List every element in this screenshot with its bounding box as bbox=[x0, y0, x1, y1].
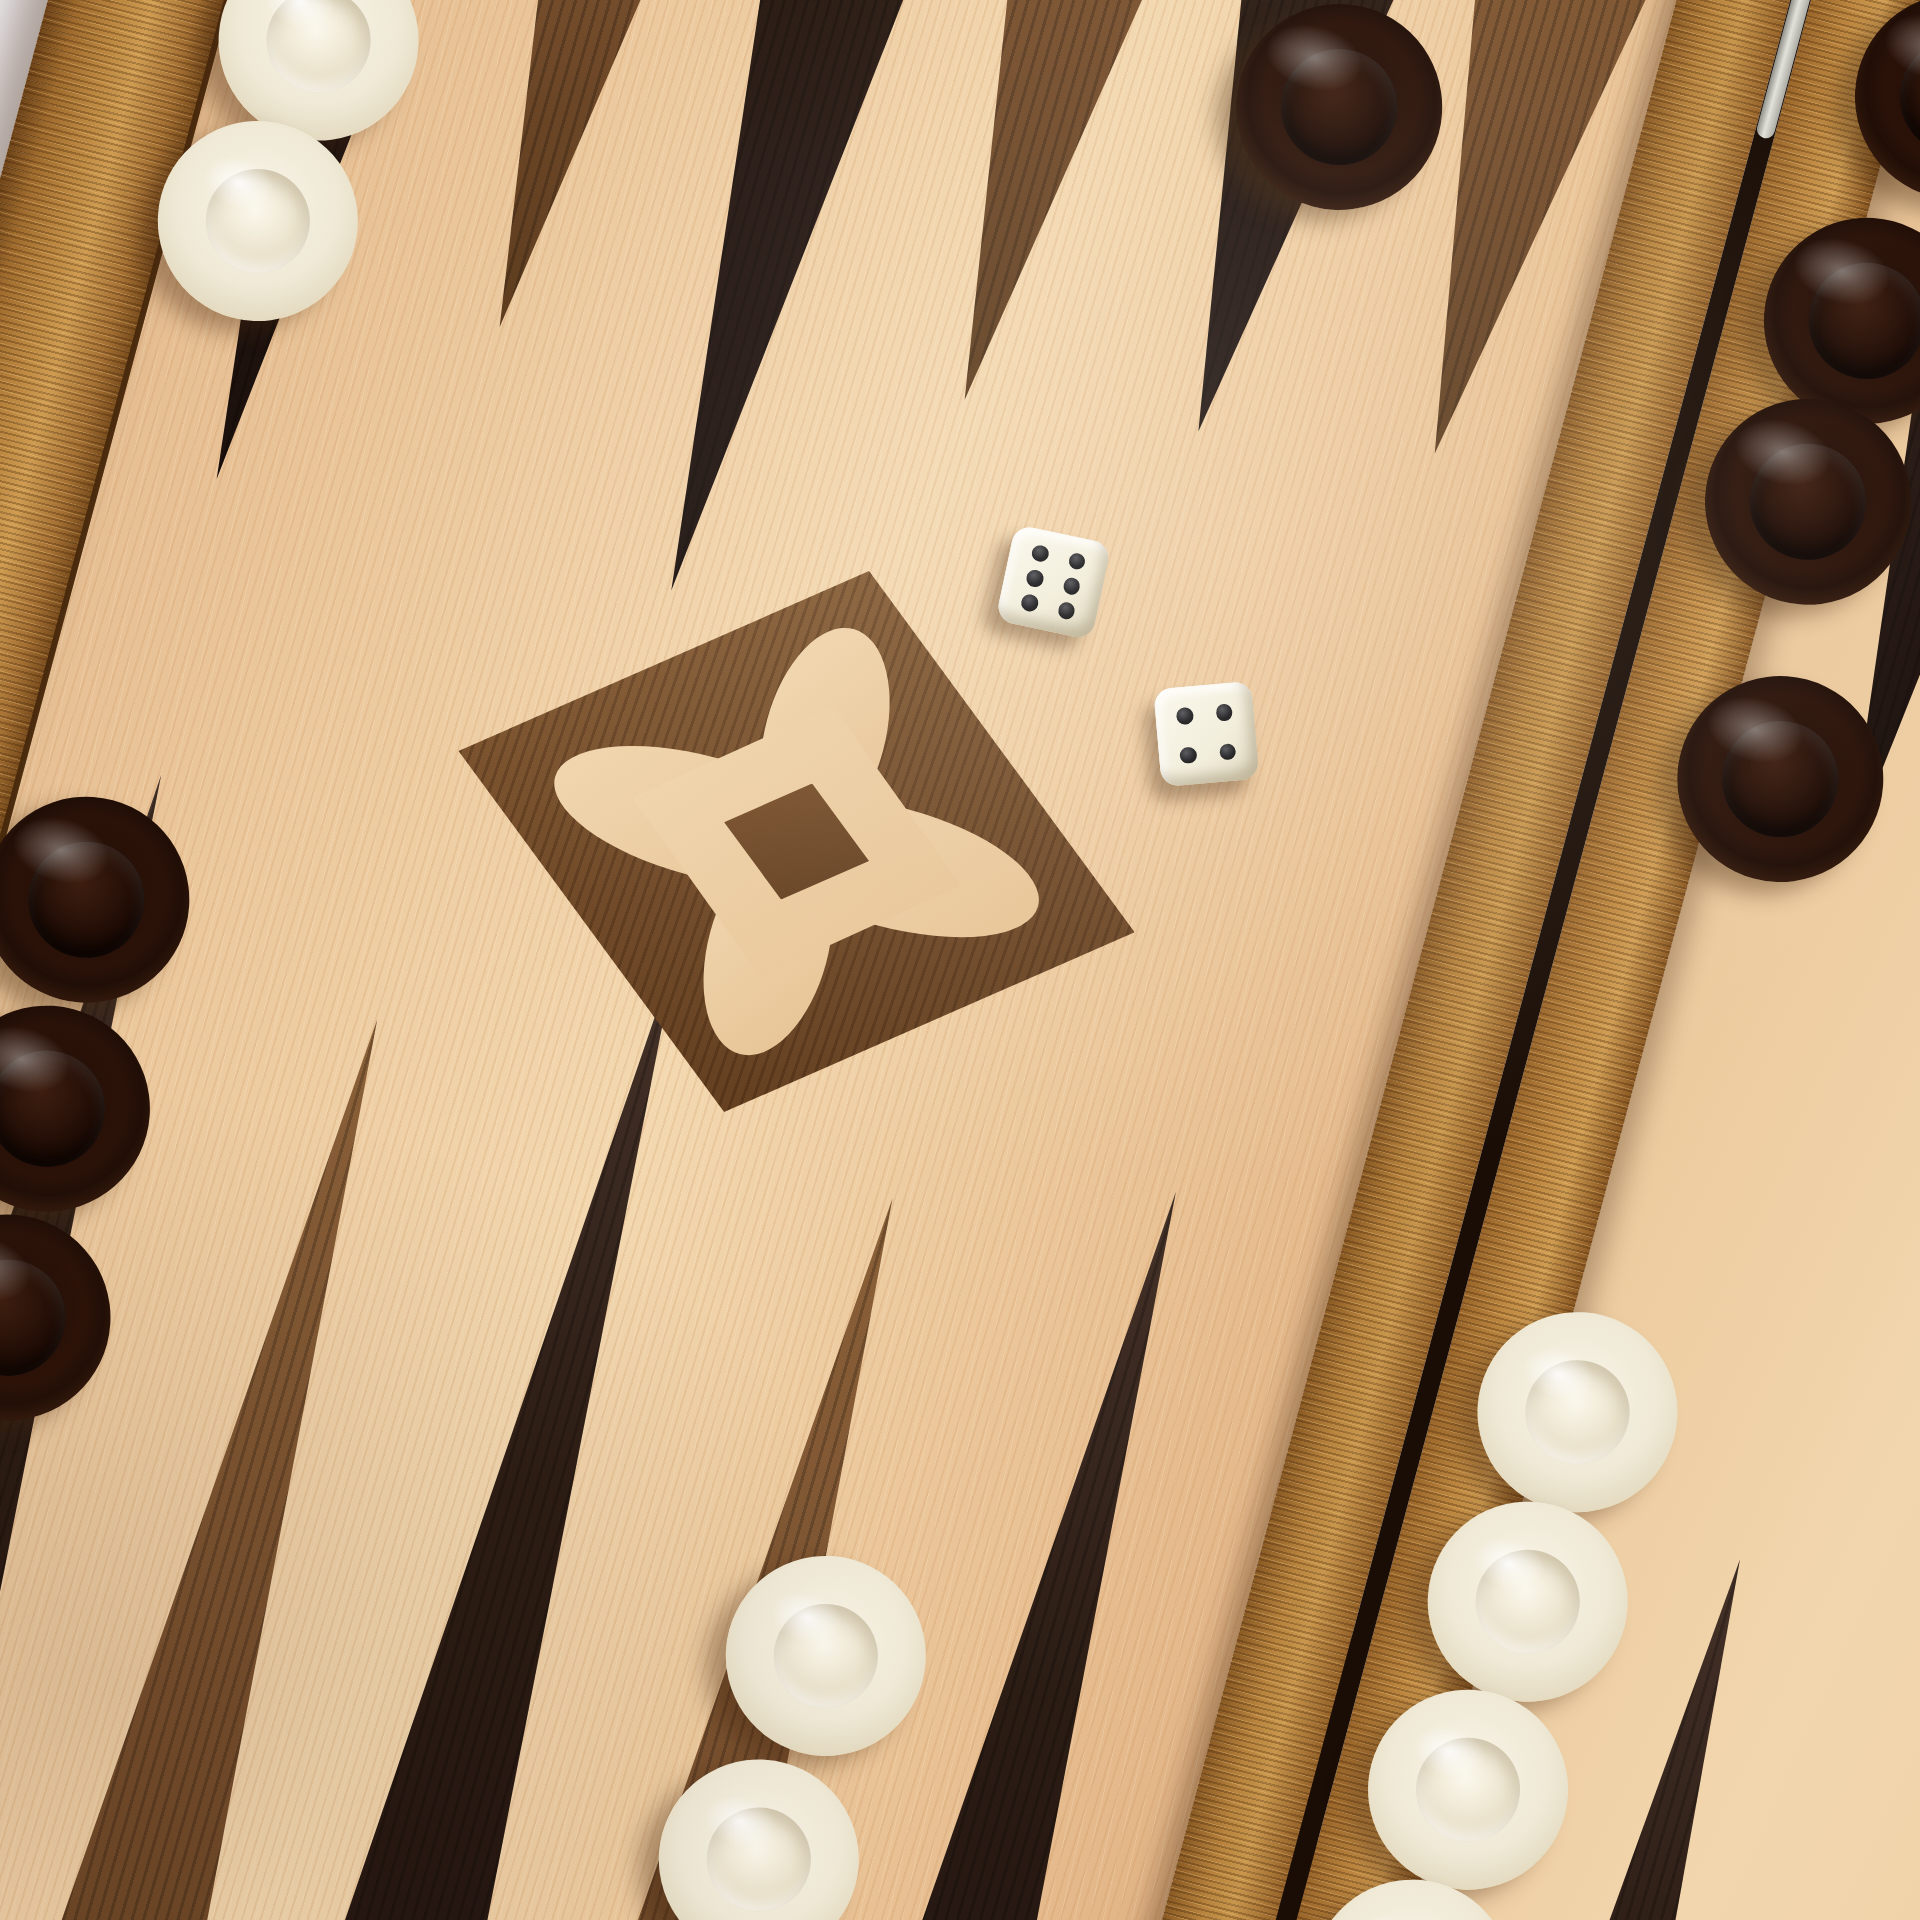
die-pip bbox=[1020, 593, 1040, 613]
die-4[interactable] bbox=[1153, 681, 1259, 787]
backgammon-photo-scene bbox=[0, 0, 1920, 1920]
die-pip bbox=[1180, 746, 1198, 764]
backgammon-board bbox=[0, 0, 1920, 1920]
die-6[interactable] bbox=[995, 524, 1111, 640]
die-pip bbox=[1215, 704, 1233, 722]
die-pip bbox=[1219, 743, 1237, 761]
die-pip bbox=[1031, 544, 1051, 564]
die-pip bbox=[1176, 707, 1194, 725]
die-pip bbox=[1067, 551, 1087, 571]
die-pip bbox=[1062, 576, 1082, 596]
die-pip bbox=[1025, 568, 1045, 588]
die-pip bbox=[1056, 601, 1076, 621]
